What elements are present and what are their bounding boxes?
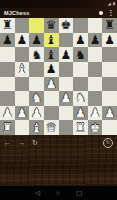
square-a5[interactable] — [0, 62, 15, 77]
battery-icon: ▮ — [113, 2, 115, 6]
android-status-bar: ◢ ▮ — [0, 0, 117, 8]
square-d5[interactable]: ♟ — [44, 62, 59, 77]
square-c4[interactable] — [29, 77, 44, 92]
square-d1[interactable]: ♛ — [44, 120, 59, 135]
signal-icon: ◢ — [108, 2, 111, 6]
square-c7[interactable]: ♟ — [29, 33, 44, 48]
square-d4[interactable]: ♟ — [44, 77, 59, 92]
square-c2[interactable]: ♟ — [29, 106, 44, 121]
square-g5[interactable] — [88, 62, 103, 77]
square-b8[interactable] — [15, 18, 30, 33]
android-nav-bar: ◁ ○ ▢ — [0, 186, 117, 200]
square-a2[interactable]: ♟ — [0, 106, 15, 121]
white-king: ♚ — [90, 121, 101, 133]
square-e2[interactable] — [59, 106, 74, 121]
black-bishop: ♝ — [46, 48, 57, 60]
black-pawn: ♟ — [31, 33, 42, 45]
square-g3[interactable] — [88, 91, 103, 106]
square-f6[interactable]: ♞ — [73, 47, 88, 62]
square-a1[interactable]: ♜ — [0, 120, 15, 135]
square-e5[interactable] — [59, 62, 74, 77]
square-g4[interactable] — [88, 77, 103, 92]
black-knight: ♞ — [75, 48, 86, 60]
black-queen: ♛ — [46, 19, 57, 31]
overflow-menu-icon[interactable]: ⋮ — [108, 10, 115, 17]
wood-background: ← → ↻ ↻ — [0, 135, 117, 186]
square-e3[interactable]: ♟ — [59, 91, 74, 106]
white-pawn: ♟ — [46, 77, 57, 89]
square-e6[interactable]: ♟ — [59, 47, 74, 62]
black-pawn: ♟ — [75, 33, 86, 45]
square-g8[interactable] — [88, 18, 103, 33]
engine-move-button[interactable]: ↻ — [103, 138, 113, 148]
black-pawn: ♟ — [104, 33, 115, 45]
white-bishop: ♝ — [17, 63, 28, 75]
square-h6[interactable] — [102, 47, 117, 62]
square-h3[interactable] — [102, 91, 117, 106]
square-h1[interactable] — [102, 120, 117, 135]
square-c6[interactable]: ♞ — [29, 47, 44, 62]
black-king: ♚ — [60, 19, 71, 31]
square-f3[interactable]: ♞ — [73, 91, 88, 106]
white-rook: ♜ — [2, 121, 13, 133]
square-a6[interactable] — [0, 47, 15, 62]
square-h5[interactable] — [102, 62, 117, 77]
square-e1[interactable] — [59, 120, 74, 135]
square-e7[interactable] — [59, 33, 74, 48]
square-b4[interactable] — [15, 77, 30, 92]
square-h8[interactable]: ♜ — [102, 18, 117, 33]
black-pawn: ♟ — [60, 48, 71, 60]
square-b5[interactable]: ♝ — [15, 62, 30, 77]
black-pawn: ♟ — [46, 63, 57, 75]
square-d6[interactable]: ♝ — [44, 47, 59, 62]
square-d7[interactable]: ♝ — [44, 33, 59, 48]
wood-spacer — [0, 150, 117, 186]
square-a7[interactable]: ♟ — [0, 33, 15, 48]
square-g7[interactable]: ♟ — [88, 33, 103, 48]
white-pawn: ♟ — [2, 107, 13, 119]
white-pawn: ♟ — [104, 107, 115, 119]
square-g2[interactable]: ♟ — [88, 106, 103, 121]
black-pawn: ♟ — [17, 33, 28, 45]
square-h2[interactable]: ♟ — [102, 106, 117, 121]
black-rook: ♜ — [2, 19, 13, 31]
chess-board: ♜♛♚♜♟♟♟♝♟♟♟♞♝♟♞♝♟♟♞♟♞♟♟♟♟♟♟♜♝♛♜♚ — [0, 18, 117, 135]
phone-screen: ◢ ▮ MJChess ⋮ ♜♛♚♜♟♟♟♝♟♟♟♞♝♟♞♝♟♟♞♟♞♟♟♟♟♟… — [0, 0, 117, 200]
square-c8[interactable] — [29, 18, 44, 33]
square-c3[interactable]: ♞ — [29, 91, 44, 106]
square-c1[interactable]: ♝ — [29, 120, 44, 135]
restart-game-button[interactable]: ↻ — [32, 139, 38, 146]
app-bar: MJChess ⋮ — [0, 8, 117, 18]
app-title: MJChess — [0, 10, 99, 16]
square-a4[interactable] — [0, 77, 15, 92]
move-toolbar: ← → ↻ ↻ — [0, 135, 117, 150]
white-pawn: ♟ — [90, 107, 101, 119]
back-move-button[interactable]: ← — [4, 139, 11, 146]
square-a8[interactable]: ♜ — [0, 18, 15, 33]
black-pawn: ♟ — [2, 33, 13, 45]
black-pawn: ♟ — [90, 33, 101, 45]
white-knight: ♞ — [75, 92, 86, 104]
square-e4[interactable] — [59, 77, 74, 92]
square-d8[interactable]: ♛ — [44, 18, 59, 33]
nav-home-button[interactable]: ○ — [56, 190, 60, 197]
status-dot-icon[interactable] — [99, 11, 103, 15]
forward-move-button[interactable]: → — [18, 139, 25, 146]
square-d3[interactable] — [44, 91, 59, 106]
square-c5[interactable] — [29, 62, 44, 77]
white-pawn: ♟ — [60, 92, 71, 104]
black-knight: ♞ — [31, 48, 42, 60]
black-bishop: ♝ — [46, 33, 57, 45]
square-b3[interactable] — [15, 91, 30, 106]
white-pawn: ♟ — [17, 107, 28, 119]
square-a3[interactable] — [0, 91, 15, 106]
square-h4[interactable] — [102, 77, 117, 92]
nav-back-button[interactable]: ◁ — [35, 190, 40, 197]
square-f2[interactable]: ♟ — [73, 106, 88, 121]
nav-recents-button[interactable]: ▢ — [76, 190, 82, 197]
square-g6[interactable] — [88, 47, 103, 62]
square-b6[interactable] — [15, 47, 30, 62]
square-f5[interactable] — [73, 62, 88, 77]
white-bishop: ♝ — [31, 121, 42, 133]
square-b7[interactable]: ♟ — [15, 33, 30, 48]
white-rook: ♜ — [75, 121, 86, 133]
white-pawn: ♟ — [31, 107, 42, 119]
square-d2[interactable] — [44, 106, 59, 121]
square-h7[interactable]: ♟ — [102, 33, 117, 48]
square-b1[interactable] — [15, 120, 30, 135]
white-queen: ♛ — [46, 121, 57, 133]
square-g1[interactable]: ♚ — [88, 120, 103, 135]
white-knight: ♞ — [31, 92, 42, 104]
square-f7[interactable]: ♟ — [73, 33, 88, 48]
square-f4[interactable] — [73, 77, 88, 92]
square-f8[interactable] — [73, 18, 88, 33]
black-rook: ♜ — [104, 19, 115, 31]
white-pawn: ♟ — [75, 107, 86, 119]
square-e8[interactable]: ♚ — [59, 18, 74, 33]
square-f1[interactable]: ♜ — [73, 120, 88, 135]
square-b2[interactable]: ♟ — [15, 106, 30, 121]
